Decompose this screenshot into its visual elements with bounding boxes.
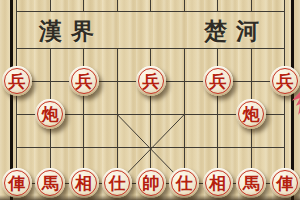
board-bottom-edge-shadow	[0, 195, 300, 200]
piece-glyph: 仕	[176, 175, 193, 192]
piece-glyph: 兵	[8, 73, 25, 90]
piece-glyph: 相	[75, 175, 92, 192]
red-elephant[interactable]: 相	[69, 168, 99, 198]
red-cannon[interactable]: 炮	[35, 99, 65, 129]
red-elephant[interactable]: 相	[203, 168, 233, 198]
red-advisor[interactable]: 仕	[102, 168, 132, 198]
piece-glyph: 馬	[42, 175, 59, 192]
piece-glyph: 兵	[209, 73, 226, 90]
red-horse[interactable]: 馬	[35, 168, 65, 198]
piece-glyph: 兵	[75, 73, 92, 90]
piece-glyph: 炮	[243, 106, 260, 123]
piece-glyph: 炮	[42, 106, 59, 123]
piece-glyph: 兵	[276, 73, 293, 90]
piece-glyph: 相	[209, 175, 226, 192]
red-soldier[interactable]: 兵	[270, 66, 300, 96]
red-soldier[interactable]: 兵	[136, 66, 166, 96]
piece-glyph: 俥	[8, 175, 25, 192]
red-general[interactable]: 帥	[136, 168, 166, 198]
red-soldier[interactable]: 兵	[203, 66, 233, 96]
xiangqi-board[interactable]: 漢界 楚河 兵兵兵兵兵炮炮俥馬相仕帥仕相馬俥	[0, 0, 300, 200]
piece-glyph: 帥	[142, 175, 159, 192]
red-horse[interactable]: 馬	[236, 168, 266, 198]
piece-glyph: 俥	[276, 175, 293, 192]
red-cannon[interactable]: 炮	[236, 99, 266, 129]
piece-layer: 兵兵兵兵兵炮炮俥馬相仕帥仕相馬俥	[0, 0, 300, 200]
piece-glyph: 仕	[109, 175, 126, 192]
red-advisor[interactable]: 仕	[169, 168, 199, 198]
piece-glyph: 兵	[142, 73, 159, 90]
red-chariot[interactable]: 俥	[2, 168, 32, 198]
red-soldier[interactable]: 兵	[2, 66, 32, 96]
piece-glyph: 馬	[243, 175, 260, 192]
red-soldier[interactable]: 兵	[69, 66, 99, 96]
red-chariot[interactable]: 俥	[270, 168, 300, 198]
